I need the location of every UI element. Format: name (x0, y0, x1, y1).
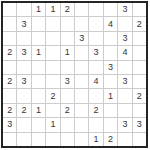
empty-cell[interactable] (46, 75, 59, 88)
empty-cell[interactable] (61, 61, 74, 74)
clue-cell[interactable]: 3 (75, 32, 88, 45)
empty-cell[interactable] (32, 133, 45, 146)
clue-cell[interactable]: 2 (104, 133, 117, 146)
clue-cell[interactable]: 3 (118, 32, 131, 45)
empty-cell[interactable] (118, 89, 131, 102)
clue-cell[interactable]: 2 (3, 46, 16, 59)
empty-cell[interactable] (75, 133, 88, 146)
clue-cell[interactable]: 2 (46, 89, 59, 102)
clue-cell[interactable]: 2 (89, 104, 102, 117)
empty-cell[interactable] (133, 61, 146, 74)
empty-cell[interactable] (75, 3, 88, 16)
empty-cell[interactable] (104, 75, 117, 88)
empty-cell[interactable] (17, 61, 30, 74)
empty-cell[interactable] (133, 75, 146, 88)
clue-cell[interactable]: 3 (61, 75, 74, 88)
empty-cell[interactable] (75, 17, 88, 30)
clue-cell[interactable]: 3 (118, 75, 131, 88)
empty-cell[interactable] (89, 3, 102, 16)
empty-cell[interactable] (89, 89, 102, 102)
empty-cell[interactable] (61, 133, 74, 146)
empty-cell[interactable] (32, 61, 45, 74)
clue-cell[interactable]: 2 (17, 104, 30, 117)
empty-cell[interactable] (3, 133, 16, 146)
empty-cell[interactable] (3, 61, 16, 74)
clue-cell[interactable]: 2 (61, 104, 74, 117)
clue-cell[interactable]: 2 (3, 104, 16, 117)
empty-cell[interactable] (75, 104, 88, 117)
clue-cell[interactable]: 1 (46, 3, 59, 16)
empty-cell[interactable] (104, 118, 117, 131)
empty-cell[interactable] (75, 75, 88, 88)
empty-cell[interactable] (133, 46, 146, 59)
clue-cell[interactable]: 1 (32, 104, 45, 117)
empty-cell[interactable] (118, 133, 131, 146)
empty-cell[interactable] (46, 32, 59, 45)
clue-cell[interactable]: 2 (61, 3, 74, 16)
empty-cell[interactable] (104, 3, 117, 16)
empty-cell[interactable] (61, 32, 74, 45)
empty-cell[interactable] (32, 75, 45, 88)
clue-cell[interactable]: 1 (104, 89, 117, 102)
empty-cell[interactable] (32, 17, 45, 30)
empty-cell[interactable] (46, 17, 59, 30)
clue-cell[interactable]: 2 (133, 17, 146, 30)
clue-cell[interactable]: 1 (46, 118, 59, 131)
clue-cell[interactable]: 1 (32, 3, 45, 16)
empty-cell[interactable] (75, 46, 88, 59)
clue-cell[interactable]: 2 (133, 89, 146, 102)
empty-cell[interactable] (118, 17, 131, 30)
clue-cell[interactable]: 4 (104, 17, 117, 30)
empty-cell[interactable] (3, 17, 16, 30)
empty-cell[interactable] (89, 32, 102, 45)
empty-cell[interactable] (133, 32, 146, 45)
empty-cell[interactable] (17, 118, 30, 131)
empty-cell[interactable] (17, 133, 30, 146)
empty-cell[interactable] (46, 133, 59, 146)
clue-cell[interactable]: 3 (133, 118, 146, 131)
empty-cell[interactable] (75, 89, 88, 102)
empty-cell[interactable] (32, 89, 45, 102)
clue-cell[interactable]: 3 (17, 75, 30, 88)
empty-cell[interactable] (133, 133, 146, 146)
empty-cell[interactable] (61, 17, 74, 30)
empty-cell[interactable] (75, 61, 88, 74)
empty-cell[interactable] (46, 61, 59, 74)
clue-cell[interactable]: 1 (32, 46, 45, 59)
empty-cell[interactable] (17, 32, 30, 45)
empty-cell[interactable] (46, 104, 59, 117)
clue-cell[interactable]: 2 (3, 75, 16, 88)
empty-cell[interactable] (32, 118, 45, 131)
clue-cell[interactable]: 1 (89, 133, 102, 146)
empty-cell[interactable] (17, 3, 30, 16)
clue-cell[interactable]: 3 (104, 61, 117, 74)
empty-cell[interactable] (3, 89, 16, 102)
empty-cell[interactable] (17, 89, 30, 102)
empty-cell[interactable] (89, 61, 102, 74)
empty-cell[interactable] (104, 32, 117, 45)
empty-cell[interactable] (32, 32, 45, 45)
empty-cell[interactable] (118, 61, 131, 74)
empty-cell[interactable] (61, 118, 74, 131)
empty-cell[interactable] (104, 104, 117, 117)
empty-cell[interactable] (118, 104, 131, 117)
empty-cell[interactable] (46, 46, 59, 59)
empty-cell[interactable] (104, 46, 117, 59)
clue-cell[interactable]: 3 (17, 46, 30, 59)
clue-cell[interactable]: 3 (17, 17, 30, 30)
clue-cell[interactable]: 3 (118, 3, 131, 16)
empty-cell[interactable] (133, 104, 146, 117)
clue-cell[interactable]: 4 (118, 46, 131, 59)
empty-cell[interactable] (61, 89, 74, 102)
empty-cell[interactable] (3, 32, 16, 45)
empty-cell[interactable] (89, 118, 102, 131)
clue-cell[interactable]: 4 (89, 75, 102, 88)
empty-cell[interactable] (89, 17, 102, 30)
clue-cell[interactable]: 1 (61, 46, 74, 59)
empty-cell[interactable] (75, 118, 88, 131)
empty-cell[interactable] (3, 3, 16, 16)
clue-cell[interactable]: 3 (89, 46, 102, 59)
clue-cell[interactable]: 3 (118, 118, 131, 131)
minesweeper-board: 11233423323113432334321222122313312 (1, 1, 148, 148)
empty-cell[interactable] (133, 3, 146, 16)
clue-cell[interactable]: 3 (3, 118, 16, 131)
